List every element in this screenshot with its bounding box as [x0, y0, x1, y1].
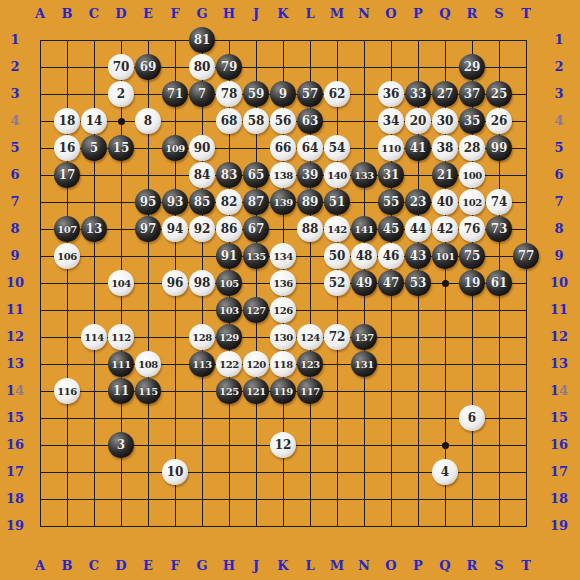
row-label-16: 16: [1, 437, 29, 453]
black-stone-c5: 5: [81, 135, 107, 161]
row-label-15: 15: [1, 410, 29, 426]
white-stone-k6: 138: [270, 162, 296, 188]
black-stone-d16: 3: [108, 432, 134, 458]
column-label-f: F: [161, 558, 189, 574]
white-stone-g2: 80: [189, 54, 215, 80]
white-stone-b4: 18: [54, 108, 80, 134]
column-label-h: H: [215, 558, 243, 574]
black-stone-k3: 9: [270, 81, 296, 107]
black-stone-e7: 95: [135, 189, 161, 215]
column-label-r: R: [458, 558, 486, 574]
white-stone-f8: 94: [162, 216, 188, 242]
white-stone-f17: 10: [162, 459, 188, 485]
black-stone-h6: 83: [216, 162, 242, 188]
column-label-a: A: [26, 6, 54, 22]
column-label-p: P: [404, 6, 432, 22]
column-label-l: L: [296, 558, 324, 574]
go-board-diagram[interactable]: ABCDEFGHJKLMNOPQRST ABCDEFGHJKLMNOPQRST …: [0, 0, 580, 580]
black-stone-m7: 51: [324, 189, 350, 215]
white-stone-h8: 86: [216, 216, 242, 242]
white-stone-r6: 100: [459, 162, 485, 188]
white-stone-h7: 82: [216, 189, 242, 215]
black-stone-j11: 127: [243, 297, 269, 323]
white-stone-k9: 134: [270, 243, 296, 269]
black-stone-e14: 115: [135, 378, 161, 404]
black-stone-l3: 57: [297, 81, 323, 107]
white-stone-q7: 40: [432, 189, 458, 215]
white-stone-f10: 96: [162, 270, 188, 296]
star-point-q16: [442, 442, 449, 449]
white-stone-g10: 98: [189, 270, 215, 296]
white-stone-o3: 36: [378, 81, 404, 107]
white-stone-r15: 6: [459, 405, 485, 431]
black-stone-l4: 63: [297, 108, 323, 134]
black-stone-d5: 15: [108, 135, 134, 161]
row-label-1: 1: [1, 32, 29, 48]
black-stone-s10: 61: [486, 270, 512, 296]
column-label-n: N: [350, 558, 378, 574]
row-label-3: 3: [1, 86, 29, 102]
black-stone-g13: 113: [189, 351, 215, 377]
black-stone-j3: 59: [243, 81, 269, 107]
white-stone-k5: 66: [270, 135, 296, 161]
row-label-17: 17: [1, 464, 29, 480]
row-label-8: 8: [1, 221, 29, 237]
black-stone-t9: 77: [513, 243, 539, 269]
row-label-17: 17: [545, 464, 573, 480]
row-label-5: 5: [545, 140, 573, 156]
row-label-1: 1: [545, 32, 573, 48]
row-label-11: 11: [545, 302, 573, 318]
white-stone-k13: 118: [270, 351, 296, 377]
grid-line-vertical: [526, 40, 527, 527]
column-label-k: K: [269, 558, 297, 574]
grid-line-horizontal: [40, 418, 527, 419]
black-stone-l14: 117: [297, 378, 323, 404]
column-label-h: H: [215, 6, 243, 22]
black-stone-e8: 97: [135, 216, 161, 242]
row-label-19: 19: [545, 518, 573, 534]
row-label-19: 19: [1, 518, 29, 534]
black-stone-h2: 79: [216, 54, 242, 80]
black-stone-c8: 13: [81, 216, 107, 242]
black-stone-l7: 89: [297, 189, 323, 215]
white-stone-h3: 78: [216, 81, 242, 107]
black-stone-r10: 19: [459, 270, 485, 296]
black-stone-p3: 33: [405, 81, 431, 107]
column-label-g: G: [188, 6, 216, 22]
black-stone-n12: 137: [351, 324, 377, 350]
white-stone-d12: 112: [108, 324, 134, 350]
white-stone-e13: 108: [135, 351, 161, 377]
black-stone-j6: 65: [243, 162, 269, 188]
white-stone-h4: 68: [216, 108, 242, 134]
column-label-q: Q: [431, 6, 459, 22]
column-label-s: S: [485, 6, 513, 22]
row-label-8: 8: [545, 221, 573, 237]
white-stone-r5: 28: [459, 135, 485, 161]
black-stone-p5: 41: [405, 135, 431, 161]
row-label-10: 10: [545, 275, 573, 291]
white-stone-m3: 62: [324, 81, 350, 107]
black-stone-p10: 53: [405, 270, 431, 296]
column-label-f: F: [161, 6, 189, 22]
column-label-e: E: [134, 6, 162, 22]
black-stone-g3: 7: [189, 81, 215, 107]
column-label-m: M: [323, 6, 351, 22]
black-stone-n13: 131: [351, 351, 377, 377]
white-stone-r7: 102: [459, 189, 485, 215]
black-stone-n6: 133: [351, 162, 377, 188]
white-stone-k16: 12: [270, 432, 296, 458]
white-stone-r8: 76: [459, 216, 485, 242]
white-stone-b5: 16: [54, 135, 80, 161]
row-label-3: 3: [545, 86, 573, 102]
white-stone-s4: 26: [486, 108, 512, 134]
black-stone-r2: 29: [459, 54, 485, 80]
column-label-d: D: [107, 6, 135, 22]
white-stone-d10: 104: [108, 270, 134, 296]
white-stone-g8: 92: [189, 216, 215, 242]
black-stone-f3: 71: [162, 81, 188, 107]
white-stone-b14: 116: [54, 378, 80, 404]
black-stone-o6: 31: [378, 162, 404, 188]
row-label-12: 12: [1, 329, 29, 345]
black-stone-o8: 45: [378, 216, 404, 242]
row-label-16: 16: [545, 437, 573, 453]
white-stone-k10: 136: [270, 270, 296, 296]
black-stone-k14: 119: [270, 378, 296, 404]
column-label-t: T: [512, 558, 540, 574]
white-stone-q4: 30: [432, 108, 458, 134]
white-stone-d3: 2: [108, 81, 134, 107]
column-label-q: Q: [431, 558, 459, 574]
white-stone-q17: 4: [432, 459, 458, 485]
grid-line-horizontal: [40, 526, 527, 527]
white-stone-h13: 122: [216, 351, 242, 377]
black-stone-b8: 107: [54, 216, 80, 242]
row-label-9: 9: [1, 248, 29, 264]
black-stone-r9: 75: [459, 243, 485, 269]
row-label-7: 7: [1, 194, 29, 210]
white-stone-k11: 126: [270, 297, 296, 323]
white-stone-j4: 58: [243, 108, 269, 134]
column-label-l: L: [296, 6, 324, 22]
row-label-14: 14: [1, 383, 29, 399]
black-stone-d13: 111: [108, 351, 134, 377]
white-stone-g6: 84: [189, 162, 215, 188]
white-stone-l8: 88: [297, 216, 323, 242]
column-label-b: B: [53, 558, 81, 574]
row-label-18: 18: [545, 491, 573, 507]
row-label-6: 6: [545, 167, 573, 183]
black-stone-q6: 21: [432, 162, 458, 188]
column-label-n: N: [350, 6, 378, 22]
black-stone-j8: 67: [243, 216, 269, 242]
black-stone-j14: 121: [243, 378, 269, 404]
row-label-13: 13: [545, 356, 573, 372]
row-label-18: 18: [1, 491, 29, 507]
white-stone-m8: 142: [324, 216, 350, 242]
white-stone-q5: 38: [432, 135, 458, 161]
black-stone-h10: 105: [216, 270, 242, 296]
black-stone-f5: 109: [162, 135, 188, 161]
row-label-10: 10: [1, 275, 29, 291]
white-stone-k12: 130: [270, 324, 296, 350]
white-stone-b9: 106: [54, 243, 80, 269]
black-stone-p9: 43: [405, 243, 431, 269]
row-label-7: 7: [545, 194, 573, 210]
column-label-g: G: [188, 558, 216, 574]
black-stone-q3: 27: [432, 81, 458, 107]
black-stone-r4: 35: [459, 108, 485, 134]
black-stone-h12: 129: [216, 324, 242, 350]
row-label-2: 2: [1, 59, 29, 75]
row-label-4: 4: [1, 113, 29, 129]
black-stone-j9: 135: [243, 243, 269, 269]
white-stone-o9: 46: [378, 243, 404, 269]
white-stone-m9: 50: [324, 243, 350, 269]
column-label-o: O: [377, 558, 405, 574]
column-label-c: C: [80, 6, 108, 22]
row-label-14: 14: [545, 383, 573, 399]
row-label-11: 11: [1, 302, 29, 318]
white-stone-c4: 14: [81, 108, 107, 134]
white-stone-l5: 64: [297, 135, 323, 161]
white-stone-m5: 54: [324, 135, 350, 161]
white-stone-d2: 70: [108, 54, 134, 80]
black-stone-r3: 37: [459, 81, 485, 107]
white-stone-s7: 74: [486, 189, 512, 215]
white-stone-m6: 140: [324, 162, 350, 188]
black-stone-s3: 25: [486, 81, 512, 107]
column-label-o: O: [377, 6, 405, 22]
white-stone-p8: 44: [405, 216, 431, 242]
black-stone-k7: 139: [270, 189, 296, 215]
row-label-6: 6: [1, 167, 29, 183]
column-label-m: M: [323, 558, 351, 574]
white-stone-m10: 52: [324, 270, 350, 296]
black-stone-q9: 101: [432, 243, 458, 269]
column-label-a: A: [26, 558, 54, 574]
white-stone-o5: 110: [378, 135, 404, 161]
black-stone-p7: 23: [405, 189, 431, 215]
row-label-2: 2: [545, 59, 573, 75]
black-stone-l13: 123: [297, 351, 323, 377]
black-stone-o7: 55: [378, 189, 404, 215]
column-label-s: S: [485, 558, 513, 574]
black-stone-n10: 49: [351, 270, 377, 296]
column-label-c: C: [80, 558, 108, 574]
black-stone-o10: 47: [378, 270, 404, 296]
column-label-p: P: [404, 558, 432, 574]
black-stone-s8: 73: [486, 216, 512, 242]
star-point-q10: [442, 280, 449, 287]
white-stone-q8: 42: [432, 216, 458, 242]
black-stone-n8: 141: [351, 216, 377, 242]
grid-line-horizontal: [40, 499, 527, 500]
row-label-4: 4: [545, 113, 573, 129]
row-label-15: 15: [545, 410, 573, 426]
column-label-r: R: [458, 6, 486, 22]
column-label-j: J: [242, 558, 270, 574]
black-stone-j7: 87: [243, 189, 269, 215]
white-stone-j13: 120: [243, 351, 269, 377]
column-label-d: D: [107, 558, 135, 574]
white-stone-k4: 56: [270, 108, 296, 134]
column-label-j: J: [242, 6, 270, 22]
black-stone-h9: 91: [216, 243, 242, 269]
white-stone-o4: 34: [378, 108, 404, 134]
white-stone-g5: 90: [189, 135, 215, 161]
white-stone-e4: 8: [135, 108, 161, 134]
black-stone-s5: 99: [486, 135, 512, 161]
black-stone-h11: 103: [216, 297, 242, 323]
white-stone-n9: 48: [351, 243, 377, 269]
black-stone-f7: 93: [162, 189, 188, 215]
black-stone-d14: 11: [108, 378, 134, 404]
white-stone-c12: 114: [81, 324, 107, 350]
column-label-b: B: [53, 6, 81, 22]
white-stone-l12: 124: [297, 324, 323, 350]
black-stone-g7: 85: [189, 189, 215, 215]
row-label-5: 5: [1, 140, 29, 156]
column-label-k: K: [269, 6, 297, 22]
white-stone-m12: 72: [324, 324, 350, 350]
black-stone-g1: 81: [189, 27, 215, 53]
white-stone-g12: 128: [189, 324, 215, 350]
row-label-12: 12: [545, 329, 573, 345]
row-label-9: 9: [545, 248, 573, 264]
column-label-t: T: [512, 6, 540, 22]
white-stone-p4: 20: [405, 108, 431, 134]
black-stone-b6: 17: [54, 162, 80, 188]
black-stone-h14: 125: [216, 378, 242, 404]
column-label-e: E: [134, 558, 162, 574]
row-label-13: 13: [1, 356, 29, 372]
star-point-d4: [118, 118, 125, 125]
black-stone-l6: 39: [297, 162, 323, 188]
black-stone-e2: 69: [135, 54, 161, 80]
